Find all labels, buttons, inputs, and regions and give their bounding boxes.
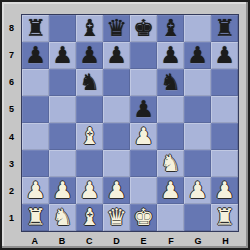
white-king-icon[interactable]: ♚: [130, 204, 157, 231]
square-d2[interactable]: ♟: [103, 177, 130, 204]
white-pawn-icon[interactable]: ♟: [76, 177, 103, 204]
black-pawn-icon[interactable]: ♟: [22, 42, 49, 69]
rank-label-7: 7: [2, 41, 21, 68]
square-f4[interactable]: [157, 123, 184, 150]
square-b8[interactable]: [49, 15, 76, 42]
file-label-f: F: [157, 233, 184, 248]
square-c3[interactable]: [76, 150, 103, 177]
square-a5[interactable]: [22, 96, 49, 123]
chessboard-frame: 87654321 ♜♝♛♚♝♜♟♟♟♟♟♟♟♞♞♟♝♟♞♟♟♟♟♟♟♟♜♞♝♛♚…: [0, 0, 250, 250]
rank-label-1: 1: [2, 205, 21, 232]
white-bishop-icon[interactable]: ♝: [76, 204, 103, 231]
white-pawn-icon[interactable]: ♟: [130, 123, 157, 150]
square-f6[interactable]: ♞: [157, 69, 184, 96]
white-rook-icon[interactable]: ♜: [22, 204, 49, 231]
square-g7[interactable]: ♟: [184, 42, 211, 69]
file-label-e: E: [130, 233, 157, 248]
black-king-icon[interactable]: ♚: [130, 15, 157, 42]
square-d7[interactable]: ♟: [103, 42, 130, 69]
black-pawn-icon[interactable]: ♟: [49, 42, 76, 69]
white-pawn-icon[interactable]: ♟: [184, 177, 211, 204]
square-b3[interactable]: [49, 150, 76, 177]
square-e8[interactable]: ♚: [130, 15, 157, 42]
square-e1[interactable]: ♚: [130, 204, 157, 231]
square-a7[interactable]: ♟: [22, 42, 49, 69]
black-pawn-icon[interactable]: ♟: [103, 42, 130, 69]
rank-label-2: 2: [2, 178, 21, 205]
black-rook-icon[interactable]: ♜: [22, 15, 49, 42]
square-f7[interactable]: ♟: [157, 42, 184, 69]
square-e5[interactable]: ♟: [130, 96, 157, 123]
square-a1[interactable]: ♜: [22, 204, 49, 231]
square-c5[interactable]: [76, 96, 103, 123]
square-h6[interactable]: [211, 69, 238, 96]
square-f1[interactable]: [157, 204, 184, 231]
white-pawn-icon[interactable]: ♟: [22, 177, 49, 204]
square-g6[interactable]: [184, 69, 211, 96]
square-c1[interactable]: ♝: [76, 204, 103, 231]
square-f5[interactable]: [157, 96, 184, 123]
white-pawn-icon[interactable]: ♟: [211, 177, 238, 204]
square-f2[interactable]: ♟: [157, 177, 184, 204]
chess-board: ♜♝♛♚♝♜♟♟♟♟♟♟♟♞♞♟♝♟♞♟♟♟♟♟♟♟♜♞♝♛♚♜: [21, 14, 239, 232]
black-pawn-icon[interactable]: ♟: [76, 42, 103, 69]
square-d1[interactable]: ♛: [103, 204, 130, 231]
square-c7[interactable]: ♟: [76, 42, 103, 69]
rank-label-4: 4: [2, 123, 21, 150]
black-pawn-icon[interactable]: ♟: [211, 42, 238, 69]
square-e4[interactable]: ♟: [130, 123, 157, 150]
black-bishop-icon[interactable]: ♝: [157, 15, 184, 42]
white-knight-icon[interactable]: ♞: [157, 150, 184, 177]
square-h3[interactable]: [211, 150, 238, 177]
square-h1[interactable]: ♜: [211, 204, 238, 231]
file-label-a: A: [21, 233, 48, 248]
file-label-g: G: [185, 233, 212, 248]
square-h7[interactable]: ♟: [211, 42, 238, 69]
rank-label-3: 3: [2, 150, 21, 177]
square-b2[interactable]: ♟: [49, 177, 76, 204]
square-d3[interactable]: [103, 150, 130, 177]
square-g5[interactable]: [184, 96, 211, 123]
black-bishop-icon[interactable]: ♝: [76, 15, 103, 42]
square-a6[interactable]: [22, 69, 49, 96]
black-rook-icon[interactable]: ♜: [211, 15, 238, 42]
square-e6[interactable]: [130, 69, 157, 96]
square-b5[interactable]: [49, 96, 76, 123]
file-label-b: B: [48, 233, 75, 248]
square-c4[interactable]: ♝: [76, 123, 103, 150]
square-a4[interactable]: [22, 123, 49, 150]
square-g4[interactable]: [184, 123, 211, 150]
white-queen-icon[interactable]: ♛: [103, 204, 130, 231]
rank-label-5: 5: [2, 96, 21, 123]
square-f3[interactable]: ♞: [157, 150, 184, 177]
white-knight-icon[interactable]: ♞: [49, 204, 76, 231]
file-label-c: C: [76, 233, 103, 248]
square-b4[interactable]: [49, 123, 76, 150]
white-pawn-icon[interactable]: ♟: [157, 177, 184, 204]
square-h4[interactable]: [211, 123, 238, 150]
black-pawn-icon[interactable]: ♟: [184, 42, 211, 69]
square-d4[interactable]: [103, 123, 130, 150]
square-a8[interactable]: ♜: [22, 15, 49, 42]
white-pawn-icon[interactable]: ♟: [103, 177, 130, 204]
rank-labels: 87654321: [2, 14, 21, 232]
black-queen-icon[interactable]: ♛: [103, 15, 130, 42]
square-c6[interactable]: ♞: [76, 69, 103, 96]
black-knight-icon[interactable]: ♞: [76, 69, 103, 96]
square-d8[interactable]: ♛: [103, 15, 130, 42]
square-g1[interactable]: [184, 204, 211, 231]
square-f8[interactable]: ♝: [157, 15, 184, 42]
square-e2[interactable]: [130, 177, 157, 204]
square-g8[interactable]: [184, 15, 211, 42]
square-a3[interactable]: [22, 150, 49, 177]
square-d5[interactable]: [103, 96, 130, 123]
square-h5[interactable]: [211, 96, 238, 123]
square-a2[interactable]: ♟: [22, 177, 49, 204]
square-h2[interactable]: ♟: [211, 177, 238, 204]
file-label-h: H: [212, 233, 239, 248]
white-rook-icon[interactable]: ♜: [211, 204, 238, 231]
rank-label-8: 8: [2, 14, 21, 41]
white-bishop-icon[interactable]: ♝: [76, 123, 103, 150]
black-pawn-icon[interactable]: ♟: [157, 42, 184, 69]
square-g3[interactable]: [184, 150, 211, 177]
square-h8[interactable]: ♜: [211, 15, 238, 42]
black-pawn-icon[interactable]: ♟: [130, 96, 157, 123]
square-d6[interactable]: [103, 69, 130, 96]
square-b1[interactable]: ♞: [49, 204, 76, 231]
square-b6[interactable]: [49, 69, 76, 96]
white-pawn-icon[interactable]: ♟: [49, 177, 76, 204]
rank-label-6: 6: [2, 69, 21, 96]
black-knight-icon[interactable]: ♞: [157, 69, 184, 96]
file-labels: ABCDEFGH: [21, 233, 239, 248]
square-c8[interactable]: ♝: [76, 15, 103, 42]
square-b7[interactable]: ♟: [49, 42, 76, 69]
square-e3[interactable]: [130, 150, 157, 177]
square-g2[interactable]: ♟: [184, 177, 211, 204]
file-label-d: D: [103, 233, 130, 248]
square-c2[interactable]: ♟: [76, 177, 103, 204]
square-e7[interactable]: [130, 42, 157, 69]
